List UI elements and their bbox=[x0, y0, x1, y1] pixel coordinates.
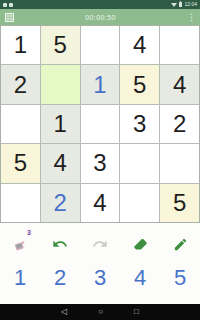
undo-icon bbox=[52, 236, 68, 252]
cell-r3c3[interactable] bbox=[81, 105, 120, 143]
overflow-menu-icon[interactable]: ⋮ bbox=[187, 9, 195, 25]
cell-r1c1[interactable]: 1 bbox=[1, 26, 40, 64]
cell-r2c1[interactable]: 2 bbox=[1, 65, 40, 103]
cell-r1c2[interactable]: 5 bbox=[41, 26, 80, 64]
number-button-2[interactable]: 2 bbox=[40, 262, 80, 294]
android-nav-bar: ◁ ○ □ bbox=[0, 304, 200, 320]
cell-r5c5[interactable]: 5 bbox=[160, 184, 199, 222]
hint-wand-icon bbox=[13, 237, 28, 252]
game-timer: 00:00:50 bbox=[14, 14, 187, 21]
back-icon[interactable]: ◁ bbox=[61, 304, 67, 320]
undo-button[interactable] bbox=[40, 230, 80, 258]
eraser-button[interactable] bbox=[120, 230, 160, 258]
app-grid-icon bbox=[5, 8, 14, 26]
cell-r2c3[interactable]: 1 bbox=[81, 65, 120, 103]
redo-button[interactable] bbox=[80, 230, 120, 258]
status-right-icons: 12:04 bbox=[171, 0, 197, 9]
hint-button[interactable]: 3 bbox=[0, 230, 40, 258]
cell-r4c3[interactable]: 3 bbox=[81, 144, 120, 182]
redo-icon bbox=[92, 236, 108, 252]
cell-r5c3[interactable]: 4 bbox=[81, 184, 120, 222]
app-bar: 00:00:50 ⋮ bbox=[0, 9, 200, 25]
cell-r3c5[interactable]: 2 bbox=[160, 105, 199, 143]
cell-r1c5[interactable] bbox=[160, 26, 199, 64]
status-clock: 12:04 bbox=[184, 0, 197, 9]
sudoku-grid: 1542154132543245 bbox=[0, 25, 200, 223]
number-button-5[interactable]: 5 bbox=[160, 262, 200, 294]
number-button-3[interactable]: 3 bbox=[80, 262, 120, 294]
cell-r4c5[interactable] bbox=[160, 144, 199, 182]
wifi-icon bbox=[171, 3, 177, 7]
eraser-icon bbox=[133, 237, 148, 252]
sudoku-app-screen: 12:04 00:00:50 ⋮ 1542154132543245 3 bbox=[0, 0, 200, 320]
cell-r4c4[interactable] bbox=[120, 144, 159, 182]
number-button-4[interactable]: 4 bbox=[120, 262, 160, 294]
recents-icon[interactable]: □ bbox=[134, 304, 139, 320]
number-button-1[interactable]: 1 bbox=[0, 262, 40, 294]
cell-r3c1[interactable] bbox=[1, 105, 40, 143]
pencil-button[interactable] bbox=[160, 230, 200, 258]
cell-r2c4[interactable]: 5 bbox=[120, 65, 159, 103]
home-icon[interactable]: ○ bbox=[98, 304, 103, 320]
notification-icon bbox=[9, 3, 13, 7]
cell-r1c3[interactable] bbox=[81, 26, 120, 64]
cell-r2c2[interactable] bbox=[41, 65, 80, 103]
pencil-icon bbox=[173, 237, 188, 252]
cell-r3c4[interactable]: 3 bbox=[120, 105, 159, 143]
notification-icons bbox=[3, 3, 13, 7]
status-bar: 12:04 bbox=[0, 0, 200, 9]
number-button-row: 12345 bbox=[0, 262, 200, 294]
notification-icon bbox=[3, 3, 7, 7]
battery-icon bbox=[179, 2, 182, 7]
cell-r4c2[interactable]: 4 bbox=[41, 144, 80, 182]
cell-r5c2[interactable]: 2 bbox=[41, 184, 80, 222]
cell-r4c1[interactable]: 5 bbox=[1, 144, 40, 182]
cell-r2c5[interactable]: 4 bbox=[160, 65, 199, 103]
cell-r5c1[interactable] bbox=[1, 184, 40, 222]
toolbar: 3 bbox=[0, 230, 200, 258]
cell-r1c4[interactable]: 4 bbox=[120, 26, 159, 64]
hint-count-badge: 3 bbox=[27, 229, 31, 236]
cell-r3c2[interactable]: 1 bbox=[41, 105, 80, 143]
cell-r5c4[interactable] bbox=[120, 184, 159, 222]
